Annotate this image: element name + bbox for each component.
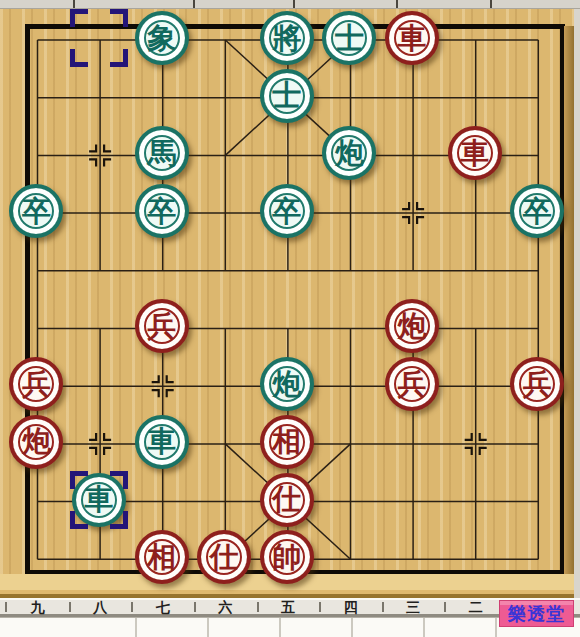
marker-corner: [110, 49, 128, 67]
piece-glyph: 兵: [398, 370, 427, 399]
cell-separator: [207, 618, 209, 637]
file-label-separator: [319, 602, 321, 612]
piece-red-soldier[interactable]: 兵: [510, 357, 564, 411]
piece-black-soldier[interactable]: 卒: [135, 184, 189, 238]
file-label-7: 三: [398, 599, 428, 617]
piece-black-advisor[interactable]: 士: [260, 69, 314, 123]
file-label-1: 九: [23, 599, 53, 617]
piece-glyph: 炮: [272, 370, 301, 399]
file-label-separator: [131, 602, 133, 612]
file-label-6: 四: [336, 599, 366, 617]
piece-glyph: 馬: [147, 139, 176, 168]
cell-separator: [495, 618, 497, 637]
piece-glyph: 仕: [210, 543, 239, 572]
piece-red-chariot[interactable]: 車: [448, 126, 502, 180]
piece-black-chariot[interactable]: 車: [135, 415, 189, 469]
last-move-marker: [70, 9, 128, 67]
piece-glyph: 兵: [22, 370, 51, 399]
piece-red-cannon[interactable]: 炮: [385, 299, 439, 353]
piece-black-chariot[interactable]: 車: [72, 473, 126, 527]
xiangqi-app: 象將士車士馬炮車卒卒卒卒兵炮兵炮兵兵炮車相車仕相仕帥 九八七六五四三二一 樂透堂: [0, 0, 580, 637]
piece-black-cannon[interactable]: 炮: [322, 126, 376, 180]
window-right-strip: [574, 8, 580, 598]
piece-black-elephant[interactable]: 象: [135, 11, 189, 65]
header-tick: [293, 0, 295, 8]
piece-glyph: 象: [147, 24, 176, 53]
bottom-window-strip: [0, 617, 580, 637]
piece-glyph: 炮: [398, 312, 427, 341]
piece-red-soldier[interactable]: 兵: [9, 357, 63, 411]
piece-glyph: 卒: [22, 197, 51, 226]
piece-red-soldier[interactable]: 兵: [135, 299, 189, 353]
piece-black-soldier[interactable]: 卒: [9, 184, 63, 238]
piece-black-soldier[interactable]: 卒: [510, 184, 564, 238]
piece-glyph: 卒: [523, 197, 552, 226]
piece-glyph: 士: [272, 81, 301, 110]
file-label-bar: 九八七六五四三二一: [0, 598, 580, 617]
piece-red-chariot[interactable]: 車: [385, 11, 439, 65]
piece-glyph: 車: [147, 427, 176, 456]
cell-separator: [135, 618, 137, 637]
piece-glyph: 士: [335, 24, 364, 53]
file-label-4: 六: [210, 599, 240, 617]
file-label-separator: [257, 602, 259, 612]
piece-black-advisor[interactable]: 士: [322, 11, 376, 65]
piece-glyph: 帥: [272, 543, 301, 572]
piece-glyph: 仕: [272, 485, 301, 514]
file-label-8: 二: [461, 599, 491, 617]
piece-glyph: 車: [460, 139, 489, 168]
piece-glyph: 兵: [523, 370, 552, 399]
file-label-separator: [5, 602, 7, 612]
file-label-separator: [382, 602, 384, 612]
piece-black-cannon[interactable]: 炮: [260, 357, 314, 411]
cell-separator: [279, 618, 281, 637]
file-label-5: 五: [273, 599, 303, 617]
piece-red-elephant[interactable]: 相: [135, 530, 189, 584]
piece-black-soldier[interactable]: 卒: [260, 184, 314, 238]
cell-separator: [351, 618, 353, 637]
piece-glyph: 相: [272, 427, 301, 456]
piece-glyph: 炮: [22, 427, 51, 456]
piece-layer[interactable]: 象將士車士馬炮車卒卒卒卒兵炮兵炮兵兵炮車相車仕相仕帥: [6, 11, 569, 588]
brand-label: 樂透堂: [499, 600, 574, 627]
piece-glyph: 車: [398, 24, 427, 53]
piece-red-soldier[interactable]: 兵: [385, 357, 439, 411]
piece-red-elephant[interactable]: 相: [260, 415, 314, 469]
header-tick: [193, 0, 195, 8]
piece-glyph: 相: [147, 543, 176, 572]
piece-black-general[interactable]: 將: [260, 11, 314, 65]
marker-corner: [70, 49, 88, 67]
piece-red-general[interactable]: 帥: [260, 530, 314, 584]
piece-red-cannon[interactable]: 炮: [9, 415, 63, 469]
file-label-2: 八: [85, 599, 115, 617]
piece-glyph: 將: [272, 24, 301, 53]
file-label-separator: [444, 602, 446, 612]
piece-glyph: 卒: [272, 197, 301, 226]
piece-black-horse[interactable]: 馬: [135, 126, 189, 180]
marker-corner: [110, 9, 128, 27]
file-label-3: 七: [148, 599, 178, 617]
piece-red-advisor[interactable]: 仕: [260, 473, 314, 527]
header-tick: [490, 0, 492, 8]
file-label-separator: [69, 602, 71, 612]
header-tick: [396, 0, 398, 8]
piece-red-advisor[interactable]: 仕: [197, 530, 251, 584]
marker-corner: [70, 9, 88, 27]
file-label-separator: [194, 602, 196, 612]
piece-glyph: 卒: [147, 197, 176, 226]
piece-glyph: 炮: [335, 139, 364, 168]
piece-glyph: 車: [85, 485, 114, 514]
cell-separator: [423, 618, 425, 637]
header-tick: [73, 0, 75, 8]
piece-glyph: 兵: [147, 312, 176, 341]
top-window-strip: [0, 0, 580, 9]
